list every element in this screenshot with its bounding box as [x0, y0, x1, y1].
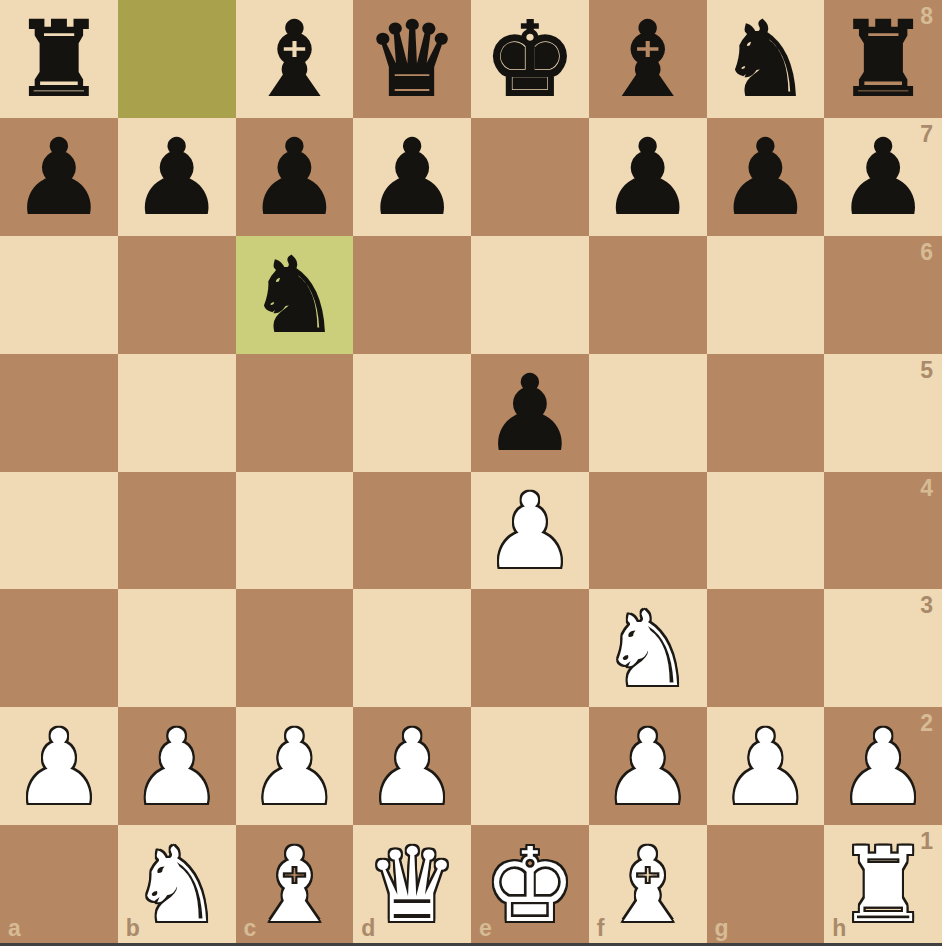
square-g8[interactable]: ♞: [707, 0, 825, 118]
square-e2[interactable]: [471, 707, 589, 825]
chess-board: ♜♝♛♚♝♞8♜♟♟♟♟♟♟7♟♞6♟5♟4♞3♟♟♟♟♟♟2♟ab♞c♝d♛e…: [0, 0, 942, 943]
square-e4[interactable]: ♟: [471, 472, 589, 590]
white-knight[interactable]: ♞: [130, 834, 222, 937]
white-knight[interactable]: ♞: [601, 598, 693, 701]
square-d8[interactable]: ♛: [353, 0, 471, 118]
square-h8[interactable]: 8♜: [824, 0, 942, 118]
square-g1[interactable]: g: [707, 825, 825, 943]
square-c5[interactable]: [236, 354, 354, 472]
black-king[interactable]: ♚: [484, 8, 576, 111]
square-d3[interactable]: [353, 589, 471, 707]
rank-label-3: 3: [920, 594, 933, 617]
white-pawn[interactable]: ♟: [13, 716, 105, 819]
square-a8[interactable]: ♜: [0, 0, 118, 118]
square-b5[interactable]: [118, 354, 236, 472]
square-b6[interactable]: [118, 236, 236, 354]
black-rook[interactable]: ♜: [837, 8, 929, 111]
square-f6[interactable]: [589, 236, 707, 354]
square-d2[interactable]: ♟: [353, 707, 471, 825]
white-pawn[interactable]: ♟: [484, 480, 576, 583]
black-queen[interactable]: ♛: [366, 8, 458, 111]
square-d6[interactable]: [353, 236, 471, 354]
square-a6[interactable]: [0, 236, 118, 354]
white-pawn[interactable]: ♟: [130, 716, 222, 819]
square-f1[interactable]: f♝: [589, 825, 707, 943]
square-c2[interactable]: ♟: [236, 707, 354, 825]
white-rook[interactable]: ♜: [837, 834, 929, 937]
rank-label-5: 5: [920, 359, 933, 382]
black-knight[interactable]: ♞: [719, 8, 811, 111]
square-e8[interactable]: ♚: [471, 0, 589, 118]
rank-label-4: 4: [920, 477, 933, 500]
black-bishop[interactable]: ♝: [601, 8, 693, 111]
square-a3[interactable]: [0, 589, 118, 707]
square-e1[interactable]: e♚: [471, 825, 589, 943]
square-d7[interactable]: ♟: [353, 118, 471, 236]
black-pawn[interactable]: ♟: [13, 126, 105, 229]
square-g3[interactable]: [707, 589, 825, 707]
square-b4[interactable]: [118, 472, 236, 590]
black-rook[interactable]: ♜: [13, 8, 105, 111]
square-b1[interactable]: b♞: [118, 825, 236, 943]
square-a7[interactable]: ♟: [0, 118, 118, 236]
square-c4[interactable]: [236, 472, 354, 590]
square-c3[interactable]: [236, 589, 354, 707]
black-knight[interactable]: ♞: [248, 244, 340, 347]
square-d5[interactable]: [353, 354, 471, 472]
black-pawn[interactable]: ♟: [837, 126, 929, 229]
square-e3[interactable]: [471, 589, 589, 707]
square-a4[interactable]: [0, 472, 118, 590]
black-pawn[interactable]: ♟: [484, 362, 576, 465]
square-e6[interactable]: [471, 236, 589, 354]
square-e7[interactable]: [471, 118, 589, 236]
square-a5[interactable]: [0, 354, 118, 472]
black-pawn[interactable]: ♟: [248, 126, 340, 229]
white-pawn[interactable]: ♟: [837, 716, 929, 819]
square-g5[interactable]: [707, 354, 825, 472]
square-f4[interactable]: [589, 472, 707, 590]
black-pawn[interactable]: ♟: [366, 126, 458, 229]
square-a2[interactable]: ♟: [0, 707, 118, 825]
square-e5[interactable]: ♟: [471, 354, 589, 472]
white-pawn[interactable]: ♟: [719, 716, 811, 819]
white-bishop[interactable]: ♝: [248, 834, 340, 937]
file-label-g: g: [715, 917, 729, 940]
square-h5[interactable]: 5: [824, 354, 942, 472]
white-pawn[interactable]: ♟: [366, 716, 458, 819]
square-c6[interactable]: ♞: [236, 236, 354, 354]
square-g2[interactable]: ♟: [707, 707, 825, 825]
rank-label-6: 6: [920, 241, 933, 264]
square-b2[interactable]: ♟: [118, 707, 236, 825]
square-h6[interactable]: 6: [824, 236, 942, 354]
square-b7[interactable]: ♟: [118, 118, 236, 236]
white-queen[interactable]: ♛: [366, 834, 458, 937]
square-f7[interactable]: ♟: [589, 118, 707, 236]
white-bishop[interactable]: ♝: [601, 834, 693, 937]
square-f8[interactable]: ♝: [589, 0, 707, 118]
square-f2[interactable]: ♟: [589, 707, 707, 825]
square-g7[interactable]: ♟: [707, 118, 825, 236]
square-h1[interactable]: 1h♜: [824, 825, 942, 943]
square-d4[interactable]: [353, 472, 471, 590]
square-c1[interactable]: c♝: [236, 825, 354, 943]
square-f5[interactable]: [589, 354, 707, 472]
square-h2[interactable]: 2♟: [824, 707, 942, 825]
square-b8[interactable]: [118, 0, 236, 118]
square-f3[interactable]: ♞: [589, 589, 707, 707]
square-h4[interactable]: 4: [824, 472, 942, 590]
black-bishop[interactable]: ♝: [248, 8, 340, 111]
white-pawn[interactable]: ♟: [248, 716, 340, 819]
square-h3[interactable]: 3: [824, 589, 942, 707]
square-d1[interactable]: d♛: [353, 825, 471, 943]
square-b3[interactable]: [118, 589, 236, 707]
square-g4[interactable]: [707, 472, 825, 590]
black-pawn[interactable]: ♟: [719, 126, 811, 229]
white-king[interactable]: ♚: [484, 834, 576, 937]
square-h7[interactable]: 7♟: [824, 118, 942, 236]
square-g6[interactable]: [707, 236, 825, 354]
square-c8[interactable]: ♝: [236, 0, 354, 118]
file-label-a: a: [8, 917, 21, 940]
white-pawn[interactable]: ♟: [601, 716, 693, 819]
black-pawn[interactable]: ♟: [130, 126, 222, 229]
square-c7[interactable]: ♟: [236, 118, 354, 236]
square-a1[interactable]: a: [0, 825, 118, 943]
black-pawn[interactable]: ♟: [601, 126, 693, 229]
